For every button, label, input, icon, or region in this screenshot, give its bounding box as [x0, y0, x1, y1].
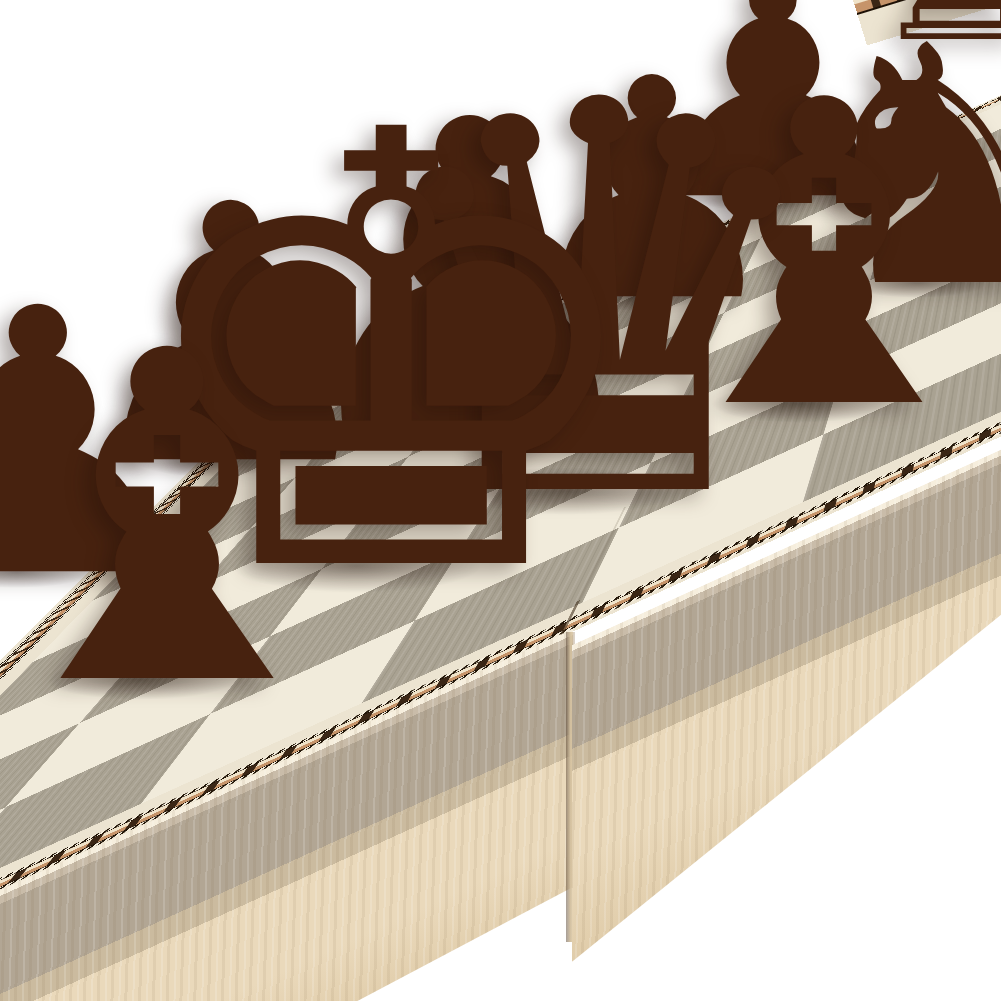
- piece-bishop: ♝: [0, 293, 371, 748]
- chess-set-photo-scene: Wooden folding chess set with staged dar…: [0, 0, 1001, 1001]
- pieces-layer: ♜♟♞♟♝♟♟♛♚♟♝: [0, 0, 1001, 1001]
